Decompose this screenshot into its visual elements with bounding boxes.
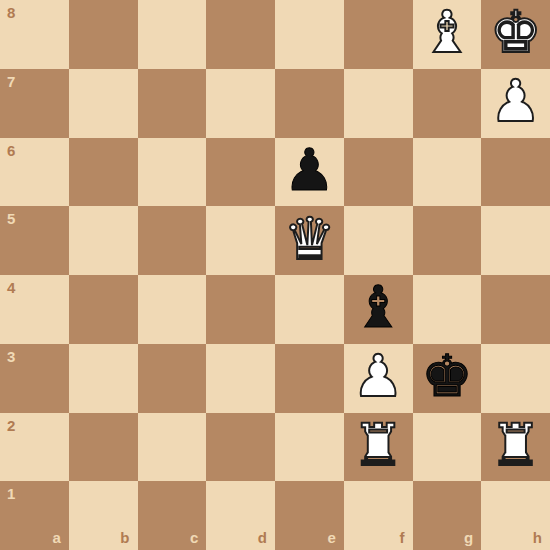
- square-c8[interactable]: [138, 0, 207, 69]
- square-d1[interactable]: d: [206, 481, 275, 550]
- square-a1[interactable]: 1a: [0, 481, 69, 550]
- square-h4[interactable]: [481, 275, 550, 344]
- file-label-d: d: [258, 530, 267, 545]
- square-b7[interactable]: [69, 69, 138, 138]
- square-f5[interactable]: [344, 206, 413, 275]
- white-rook-piece[interactable]: ♜: [352, 416, 404, 474]
- square-g2[interactable]: [413, 413, 482, 482]
- square-b6[interactable]: [69, 138, 138, 207]
- black-pawn-piece[interactable]: ♟: [283, 141, 335, 199]
- square-d5[interactable]: [206, 206, 275, 275]
- rank-label-6: 6: [7, 143, 15, 158]
- square-b1[interactable]: b: [69, 481, 138, 550]
- square-g8[interactable]: ♝: [413, 0, 482, 69]
- square-b4[interactable]: [69, 275, 138, 344]
- white-queen-piece[interactable]: ♛: [283, 210, 335, 268]
- square-h6[interactable]: [481, 138, 550, 207]
- black-king-piece[interactable]: ♚: [421, 347, 473, 405]
- square-b8[interactable]: [69, 0, 138, 69]
- square-g6[interactable]: [413, 138, 482, 207]
- square-e3[interactable]: [275, 344, 344, 413]
- square-c5[interactable]: [138, 206, 207, 275]
- square-c4[interactable]: [138, 275, 207, 344]
- rank-label-7: 7: [7, 74, 15, 89]
- square-b2[interactable]: [69, 413, 138, 482]
- rank-label-8: 8: [7, 5, 15, 20]
- square-f1[interactable]: f: [344, 481, 413, 550]
- file-label-e: e: [327, 530, 335, 545]
- rank-label-5: 5: [7, 211, 15, 226]
- square-f3[interactable]: ♟: [344, 344, 413, 413]
- square-h7[interactable]: ♟: [481, 69, 550, 138]
- square-h2[interactable]: ♜: [481, 413, 550, 482]
- black-bishop-piece[interactable]: ♝: [352, 278, 404, 336]
- white-king-piece[interactable]: ♚: [490, 3, 542, 61]
- square-f2[interactable]: ♜: [344, 413, 413, 482]
- square-f8[interactable]: [344, 0, 413, 69]
- square-e5[interactable]: ♛: [275, 206, 344, 275]
- white-pawn-piece[interactable]: ♟: [490, 72, 542, 130]
- file-label-c: c: [190, 530, 198, 545]
- square-c6[interactable]: [138, 138, 207, 207]
- square-e2[interactable]: [275, 413, 344, 482]
- square-d7[interactable]: [206, 69, 275, 138]
- square-c7[interactable]: [138, 69, 207, 138]
- square-a2[interactable]: 2: [0, 413, 69, 482]
- square-d4[interactable]: [206, 275, 275, 344]
- square-c3[interactable]: [138, 344, 207, 413]
- square-g1[interactable]: g: [413, 481, 482, 550]
- square-f4[interactable]: ♝: [344, 275, 413, 344]
- file-label-a: a: [52, 530, 60, 545]
- white-bishop-piece[interactable]: ♝: [421, 3, 473, 61]
- chess-board: 8♝♚7♟6♟5♛4♝3♟♚2♜♜1abcdefgh: [0, 0, 550, 550]
- square-e7[interactable]: [275, 69, 344, 138]
- square-e6[interactable]: ♟: [275, 138, 344, 207]
- rank-label-2: 2: [7, 418, 15, 433]
- square-d3[interactable]: [206, 344, 275, 413]
- square-c1[interactable]: c: [138, 481, 207, 550]
- square-h1[interactable]: h: [481, 481, 550, 550]
- square-g4[interactable]: [413, 275, 482, 344]
- square-e8[interactable]: [275, 0, 344, 69]
- square-a5[interactable]: 5: [0, 206, 69, 275]
- square-g3[interactable]: ♚: [413, 344, 482, 413]
- square-h5[interactable]: [481, 206, 550, 275]
- file-label-g: g: [464, 530, 473, 545]
- file-label-h: h: [533, 530, 542, 545]
- square-g7[interactable]: [413, 69, 482, 138]
- square-e1[interactable]: e: [275, 481, 344, 550]
- file-label-f: f: [400, 530, 405, 545]
- square-d8[interactable]: [206, 0, 275, 69]
- square-a8[interactable]: 8: [0, 0, 69, 69]
- square-a3[interactable]: 3: [0, 344, 69, 413]
- square-h3[interactable]: [481, 344, 550, 413]
- square-c2[interactable]: [138, 413, 207, 482]
- square-b5[interactable]: [69, 206, 138, 275]
- white-pawn-piece[interactable]: ♟: [352, 347, 404, 405]
- square-d2[interactable]: [206, 413, 275, 482]
- rank-label-3: 3: [7, 349, 15, 364]
- file-label-b: b: [120, 530, 129, 545]
- square-e4[interactable]: [275, 275, 344, 344]
- rank-label-1: 1: [7, 486, 15, 501]
- white-rook-piece[interactable]: ♜: [490, 416, 542, 474]
- square-g5[interactable]: [413, 206, 482, 275]
- square-a4[interactable]: 4: [0, 275, 69, 344]
- square-a7[interactable]: 7: [0, 69, 69, 138]
- square-h8[interactable]: ♚: [481, 0, 550, 69]
- square-f6[interactable]: [344, 138, 413, 207]
- square-b3[interactable]: [69, 344, 138, 413]
- square-d6[interactable]: [206, 138, 275, 207]
- rank-label-4: 4: [7, 280, 15, 295]
- square-a6[interactable]: 6: [0, 138, 69, 207]
- square-f7[interactable]: [344, 69, 413, 138]
